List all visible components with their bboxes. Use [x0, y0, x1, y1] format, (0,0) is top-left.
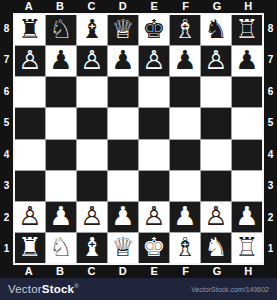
white-pawn-piece: ♙: [204, 203, 227, 229]
black-queen-piece: ♕: [111, 16, 134, 42]
black-pawn-piece: ♟: [173, 47, 196, 73]
square-b4: [46, 140, 76, 170]
square-d1: ♕: [108, 233, 138, 263]
square-d3: [108, 171, 138, 201]
brand-vector: Vector: [8, 283, 42, 295]
square-e1: ♚: [139, 233, 169, 263]
square-g6: [201, 77, 231, 107]
square-g7: ♙: [201, 46, 231, 76]
black-pawn-piece: ♙: [18, 47, 41, 73]
file-label-b: B: [44, 0, 75, 13]
square-e5: [139, 108, 169, 138]
square-c2: ♙: [77, 202, 107, 232]
file-label-b: B: [44, 265, 75, 278]
rank-label-7: 7: [0, 45, 13, 77]
white-king-piece: ♚: [142, 234, 165, 260]
rank-label-5: 5: [0, 108, 13, 140]
square-f6: [170, 77, 200, 107]
square-e2: ♙: [139, 202, 169, 232]
square-b8: ♘: [46, 15, 76, 45]
white-rook-piece: ♖: [235, 234, 258, 260]
white-pawn-piece: ♟: [173, 203, 196, 229]
white-pawn-piece: ♙: [142, 203, 165, 229]
black-pawn-piece: ♟: [49, 47, 72, 73]
white-bishop-piece: ♗: [173, 234, 196, 260]
rank-label-5: 5: [264, 108, 277, 140]
square-f3: [170, 171, 200, 201]
square-h7: ♟: [232, 46, 262, 76]
square-c6: [77, 77, 107, 107]
white-knight-piece: ♘: [49, 234, 72, 260]
rank-label-8: 8: [264, 13, 277, 45]
chess-board-diagram: ABCDEFGH 87654321 ♜♘♝♕♚♗♞♖♙♟♙♟♙♟♙♟♙♟♙♟♙♟…: [0, 0, 277, 300]
rank-label-6: 6: [264, 76, 277, 108]
square-d4: [108, 140, 138, 170]
file-label-f: F: [170, 0, 201, 13]
square-c1: ♝: [77, 233, 107, 263]
registered-mark-icon: ®: [74, 283, 79, 289]
square-f8: ♗: [170, 15, 200, 45]
rank-label-6: 6: [0, 76, 13, 108]
square-h5: [232, 108, 262, 138]
black-pawn-piece: ♟: [235, 47, 258, 73]
watermark-bar: VectorStock® VectorStock.com/149602: [0, 278, 277, 300]
rank-label-8: 8: [0, 13, 13, 45]
square-f5: [170, 108, 200, 138]
square-a8: ♜: [15, 15, 45, 45]
square-b2: ♟: [46, 202, 76, 232]
square-e3: [139, 171, 169, 201]
square-g2: ♙: [201, 202, 231, 232]
square-d6: [108, 77, 138, 107]
file-label-a: A: [13, 0, 44, 13]
square-e8: ♚: [139, 15, 169, 45]
file-label-c: C: [76, 0, 107, 13]
rank-label-7: 7: [264, 45, 277, 77]
square-a1: ♜: [15, 233, 45, 263]
square-c5: [77, 108, 107, 138]
square-h2: ♟: [232, 202, 262, 232]
square-b3: [46, 171, 76, 201]
square-b7: ♟: [46, 46, 76, 76]
board-grid: ♜♘♝♕♚♗♞♖♙♟♙♟♙♟♙♟♙♟♙♟♙♟♙♟♜♘♝♕♚♗♞♖: [13, 13, 264, 265]
file-label-h: H: [233, 265, 264, 278]
black-king-piece: ♚: [142, 16, 165, 42]
black-rook-piece: ♖: [235, 16, 258, 42]
file-label-e: E: [139, 265, 170, 278]
white-knight-piece: ♞: [204, 234, 227, 260]
square-a5: [15, 108, 45, 138]
file-label-h: H: [233, 0, 264, 13]
white-pawn-piece: ♟: [111, 203, 134, 229]
square-f4: [170, 140, 200, 170]
square-a2: ♙: [15, 202, 45, 232]
square-g3: [201, 171, 231, 201]
square-g8: ♞: [201, 15, 231, 45]
rank-label-4: 4: [264, 139, 277, 171]
rank-labels-left: 87654321: [0, 13, 13, 265]
brand-stock: Stock: [42, 283, 74, 295]
black-bishop-piece: ♝: [80, 16, 103, 42]
square-a3: [15, 171, 45, 201]
square-c3: [77, 171, 107, 201]
square-b1: ♘: [46, 233, 76, 263]
file-label-a: A: [13, 265, 44, 278]
rank-label-2: 2: [0, 202, 13, 234]
black-pawn-piece: ♙: [80, 47, 103, 73]
square-e6: [139, 77, 169, 107]
rank-label-2: 2: [264, 202, 277, 234]
rank-label-3: 3: [0, 171, 13, 203]
black-pawn-piece: ♙: [204, 47, 227, 73]
square-e7: ♙: [139, 46, 169, 76]
black-knight-piece: ♘: [49, 16, 72, 42]
square-a7: ♙: [15, 46, 45, 76]
square-h6: [232, 77, 262, 107]
black-pawn-piece: ♟: [111, 47, 134, 73]
file-label-f: F: [170, 265, 201, 278]
file-label-g: G: [201, 0, 232, 13]
file-label-d: D: [107, 0, 138, 13]
white-pawn-piece: ♟: [235, 203, 258, 229]
square-d7: ♟: [108, 46, 138, 76]
square-f2: ♟: [170, 202, 200, 232]
white-pawn-piece: ♟: [49, 203, 72, 229]
black-knight-piece: ♞: [204, 16, 227, 42]
rank-label-1: 1: [264, 234, 277, 266]
square-h3: [232, 171, 262, 201]
square-g1: ♞: [201, 233, 231, 263]
square-d2: ♟: [108, 202, 138, 232]
rank-labels-right: 87654321: [264, 13, 277, 265]
square-f7: ♟: [170, 46, 200, 76]
file-labels-bottom: ABCDEFGH: [13, 265, 264, 278]
square-a4: [15, 140, 45, 170]
white-rook-piece: ♜: [18, 234, 41, 260]
square-b5: [46, 108, 76, 138]
file-label-d: D: [107, 265, 138, 278]
brand-wordmark: VectorStock®: [8, 283, 79, 295]
white-pawn-piece: ♙: [18, 203, 41, 229]
square-a6: [15, 77, 45, 107]
square-g5: [201, 108, 231, 138]
file-labels-top: ABCDEFGH: [13, 0, 264, 13]
square-e4: [139, 140, 169, 170]
rank-label-1: 1: [0, 234, 13, 266]
square-c4: [77, 140, 107, 170]
rank-label-4: 4: [0, 139, 13, 171]
stock-credit: VectorStock.com/149602: [191, 286, 269, 293]
square-b6: [46, 77, 76, 107]
square-f1: ♗: [170, 233, 200, 263]
square-h1: ♖: [232, 233, 262, 263]
square-c7: ♙: [77, 46, 107, 76]
rank-label-3: 3: [264, 171, 277, 203]
white-bishop-piece: ♝: [80, 234, 103, 260]
square-g4: [201, 140, 231, 170]
white-pawn-piece: ♙: [80, 203, 103, 229]
file-label-c: C: [76, 265, 107, 278]
black-pawn-piece: ♙: [142, 47, 165, 73]
square-d5: [108, 108, 138, 138]
board-frame: ABCDEFGH 87654321 ♜♘♝♕♚♗♞♖♙♟♙♟♙♟♙♟♙♟♙♟♙♟…: [0, 0, 277, 278]
black-rook-piece: ♜: [18, 16, 41, 42]
black-bishop-piece: ♗: [173, 16, 196, 42]
square-c8: ♝: [77, 15, 107, 45]
file-label-e: E: [139, 0, 170, 13]
white-queen-piece: ♕: [111, 234, 134, 260]
file-label-g: G: [201, 265, 232, 278]
square-d8: ♕: [108, 15, 138, 45]
square-h4: [232, 140, 262, 170]
square-h8: ♖: [232, 15, 262, 45]
